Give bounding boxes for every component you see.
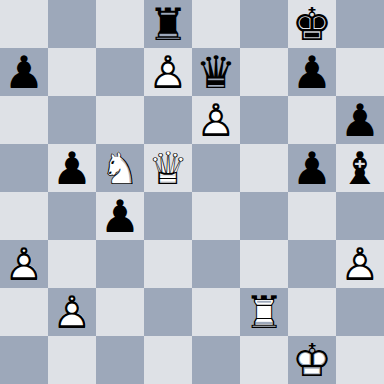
square-c2[interactable] — [96, 288, 144, 336]
square-b7[interactable] — [48, 48, 96, 96]
white-pawn-outline-icon: ♙ — [340, 242, 380, 287]
white-pawn-outline-icon: ♙ — [148, 50, 188, 95]
white-knight-piece[interactable]: ♞♘ — [96, 144, 144, 192]
square-a2[interactable] — [0, 288, 48, 336]
square-d4[interactable] — [144, 192, 192, 240]
black-bishop-piece[interactable]: ♝ — [336, 144, 384, 192]
black-pawn-piece[interactable]: ♟ — [96, 192, 144, 240]
square-a5[interactable] — [0, 144, 48, 192]
square-c6[interactable] — [96, 96, 144, 144]
square-c8[interactable] — [96, 0, 144, 48]
square-a6[interactable] — [0, 96, 48, 144]
square-f2[interactable]: ♜♖ — [240, 288, 288, 336]
square-b8[interactable] — [48, 0, 96, 48]
square-c7[interactable] — [96, 48, 144, 96]
white-queen-piece[interactable]: ♛♕ — [144, 144, 192, 192]
black-pawn-piece[interactable]: ♟ — [288, 144, 336, 192]
black-pawn-icon: ♟ — [4, 50, 44, 95]
square-b3[interactable] — [48, 240, 96, 288]
square-f8[interactable] — [240, 0, 288, 48]
white-pawn-piece[interactable]: ♟♙ — [336, 240, 384, 288]
square-c1[interactable] — [96, 336, 144, 384]
square-b2[interactable]: ♟♙ — [48, 288, 96, 336]
square-d2[interactable] — [144, 288, 192, 336]
white-pawn-piece[interactable]: ♟♙ — [48, 288, 96, 336]
square-c4[interactable]: ♟ — [96, 192, 144, 240]
square-f6[interactable] — [240, 96, 288, 144]
square-e2[interactable] — [192, 288, 240, 336]
square-f5[interactable] — [240, 144, 288, 192]
square-g1[interactable]: ♚♔ — [288, 336, 336, 384]
square-a3[interactable]: ♟♙ — [0, 240, 48, 288]
square-d1[interactable] — [144, 336, 192, 384]
black-pawn-icon: ♟ — [100, 194, 140, 239]
white-pawn-outline-icon: ♙ — [4, 242, 44, 287]
square-a7[interactable]: ♟ — [0, 48, 48, 96]
square-g3[interactable] — [288, 240, 336, 288]
square-e1[interactable] — [192, 336, 240, 384]
white-knight-outline-icon: ♘ — [100, 146, 140, 191]
white-queen-outline-icon: ♕ — [148, 146, 188, 191]
white-pawn-outline-icon: ♙ — [52, 290, 92, 335]
square-e7[interactable]: ♛ — [192, 48, 240, 96]
black-pawn-piece[interactable]: ♟ — [288, 48, 336, 96]
black-rook-icon: ♜ — [148, 2, 188, 47]
black-pawn-icon: ♟ — [52, 146, 92, 191]
square-h3[interactable]: ♟♙ — [336, 240, 384, 288]
square-d5[interactable]: ♛♕ — [144, 144, 192, 192]
black-pawn-icon: ♟ — [292, 146, 332, 191]
black-pawn-icon: ♟ — [292, 50, 332, 95]
white-pawn-piece[interactable]: ♟♙ — [192, 96, 240, 144]
white-pawn-outline-icon: ♙ — [196, 98, 236, 143]
white-pawn-piece[interactable]: ♟♙ — [0, 240, 48, 288]
square-h1[interactable] — [336, 336, 384, 384]
white-king-outline-icon: ♔ — [292, 338, 332, 383]
square-e3[interactable] — [192, 240, 240, 288]
square-g6[interactable] — [288, 96, 336, 144]
black-pawn-icon: ♟ — [340, 98, 380, 143]
square-f1[interactable] — [240, 336, 288, 384]
black-rook-piece[interactable]: ♜ — [144, 0, 192, 48]
square-a4[interactable] — [0, 192, 48, 240]
white-pawn-piece[interactable]: ♟♙ — [144, 48, 192, 96]
black-king-icon: ♚ — [292, 2, 332, 47]
square-e8[interactable] — [192, 0, 240, 48]
white-rook-piece[interactable]: ♜♖ — [240, 288, 288, 336]
square-g4[interactable] — [288, 192, 336, 240]
square-b5[interactable]: ♟ — [48, 144, 96, 192]
white-rook-outline-icon: ♖ — [244, 290, 284, 335]
square-h7[interactable] — [336, 48, 384, 96]
square-c3[interactable] — [96, 240, 144, 288]
square-g7[interactable]: ♟ — [288, 48, 336, 96]
black-pawn-piece[interactable]: ♟ — [0, 48, 48, 96]
square-b4[interactable] — [48, 192, 96, 240]
square-a8[interactable] — [0, 0, 48, 48]
square-g8[interactable]: ♚ — [288, 0, 336, 48]
black-queen-icon: ♛ — [196, 50, 236, 95]
square-f4[interactable] — [240, 192, 288, 240]
square-g5[interactable]: ♟ — [288, 144, 336, 192]
square-h8[interactable] — [336, 0, 384, 48]
black-king-piece[interactable]: ♚ — [288, 0, 336, 48]
square-c5[interactable]: ♞♘ — [96, 144, 144, 192]
square-h2[interactable] — [336, 288, 384, 336]
chess-board: ♜♚♟♟♙♛♟♟♙♟♟♞♘♛♕♟♝♟♟♙♟♙♟♙♜♖♚♔ — [0, 0, 384, 384]
square-h4[interactable] — [336, 192, 384, 240]
square-a1[interactable] — [0, 336, 48, 384]
square-f3[interactable] — [240, 240, 288, 288]
square-f7[interactable] — [240, 48, 288, 96]
square-d6[interactable] — [144, 96, 192, 144]
white-king-piece[interactable]: ♚♔ — [288, 336, 336, 384]
square-b1[interactable] — [48, 336, 96, 384]
black-pawn-piece[interactable]: ♟ — [336, 96, 384, 144]
square-b6[interactable] — [48, 96, 96, 144]
square-e5[interactable] — [192, 144, 240, 192]
black-queen-piece[interactable]: ♛ — [192, 48, 240, 96]
black-pawn-piece[interactable]: ♟ — [48, 144, 96, 192]
square-h5[interactable]: ♝ — [336, 144, 384, 192]
black-bishop-icon: ♝ — [340, 146, 380, 191]
square-g2[interactable] — [288, 288, 336, 336]
square-e6[interactable]: ♟♙ — [192, 96, 240, 144]
square-d8[interactable]: ♜ — [144, 0, 192, 48]
square-d7[interactable]: ♟♙ — [144, 48, 192, 96]
square-e4[interactable] — [192, 192, 240, 240]
square-h6[interactable]: ♟ — [336, 96, 384, 144]
square-d3[interactable] — [144, 240, 192, 288]
